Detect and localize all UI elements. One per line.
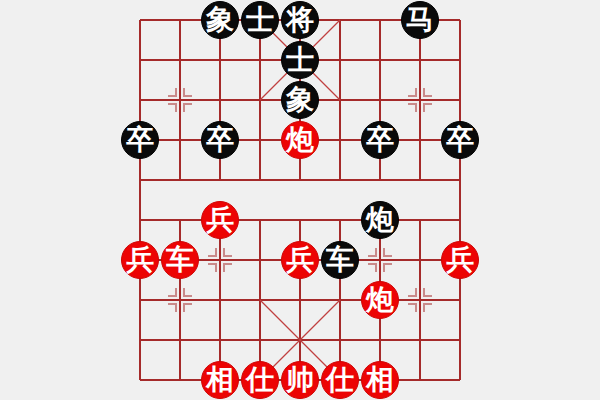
piece-black-horse[interactable]: 马 <box>401 1 439 39</box>
piece-red-advisor[interactable]: 仕 <box>321 361 359 399</box>
piece-red-cannon[interactable]: 炮 <box>361 281 399 319</box>
piece-black-advisor[interactable]: 士 <box>281 41 319 79</box>
piece-red-chariot[interactable]: 车 <box>161 241 199 279</box>
piece-black-pawn[interactable]: 卒 <box>361 121 399 159</box>
piece-black-elephant[interactable]: 象 <box>201 1 239 39</box>
piece-red-elephant[interactable]: 相 <box>361 361 399 399</box>
piece-red-pawn[interactable]: 兵 <box>281 241 319 279</box>
piece-red-king[interactable]: 帅 <box>281 361 319 399</box>
piece-black-cannon[interactable]: 炮 <box>361 201 399 239</box>
piece-black-pawn[interactable]: 卒 <box>121 121 159 159</box>
xiangqi-board: 象士将马士象卒卒炮卒卒兵炮兵车兵车兵炮相仕帅仕相 <box>0 0 600 400</box>
piece-red-advisor[interactable]: 仕 <box>241 361 279 399</box>
piece-red-pawn[interactable]: 兵 <box>201 201 239 239</box>
piece-red-pawn[interactable]: 兵 <box>121 241 159 279</box>
piece-red-pawn[interactable]: 兵 <box>441 241 479 279</box>
piece-black-chariot[interactable]: 车 <box>321 241 359 279</box>
piece-black-king[interactable]: 将 <box>281 1 319 39</box>
piece-black-pawn[interactable]: 卒 <box>201 121 239 159</box>
piece-black-advisor[interactable]: 士 <box>241 1 279 39</box>
piece-red-elephant[interactable]: 相 <box>201 361 239 399</box>
piece-black-pawn[interactable]: 卒 <box>441 121 479 159</box>
piece-black-elephant[interactable]: 象 <box>281 81 319 119</box>
piece-red-cannon[interactable]: 炮 <box>281 121 319 159</box>
